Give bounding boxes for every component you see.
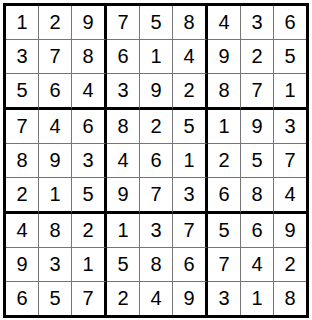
cell-r3c8[interactable]: 7 (241, 74, 274, 110)
cell-r4c3[interactable]: 6 (72, 110, 107, 144)
cell-r1c2[interactable]: 2 (39, 6, 72, 40)
cell-r1c8[interactable]: 3 (241, 6, 274, 40)
cell-r9c1[interactable]: 6 (6, 282, 39, 315)
cell-r1c3[interactable]: 9 (72, 6, 107, 40)
cell-r6c2[interactable]: 1 (39, 178, 72, 214)
cell-r2c4[interactable]: 6 (107, 40, 140, 74)
cell-r8c1[interactable]: 9 (6, 248, 39, 282)
cell-r8c3[interactable]: 1 (72, 248, 107, 282)
cell-r3c2[interactable]: 6 (39, 74, 72, 110)
sudoku-board: 1297584363786149255643928717468251938934… (3, 3, 309, 318)
sudoku-page: 1297584363786149255643928717468251938934… (0, 0, 312, 320)
cell-r9c6[interactable]: 9 (173, 282, 208, 315)
cell-r5c4[interactable]: 4 (107, 144, 140, 178)
cell-r7c6[interactable]: 7 (173, 214, 208, 248)
cell-r7c2[interactable]: 8 (39, 214, 72, 248)
cell-r6c3[interactable]: 5 (72, 178, 107, 214)
cell-r4c2[interactable]: 4 (39, 110, 72, 144)
cell-r3c6[interactable]: 2 (173, 74, 208, 110)
cell-r5c8[interactable]: 5 (241, 144, 274, 178)
cell-r3c9[interactable]: 1 (274, 74, 306, 110)
cell-r7c1[interactable]: 4 (6, 214, 39, 248)
cell-r4c5[interactable]: 2 (140, 110, 173, 144)
cell-r9c5[interactable]: 4 (140, 282, 173, 315)
cell-r1c5[interactable]: 5 (140, 6, 173, 40)
cell-r2c6[interactable]: 4 (173, 40, 208, 74)
cell-r4c7[interactable]: 1 (208, 110, 241, 144)
cell-r3c7[interactable]: 8 (208, 74, 241, 110)
cell-r8c7[interactable]: 7 (208, 248, 241, 282)
cell-r6c5[interactable]: 7 (140, 178, 173, 214)
cell-r2c8[interactable]: 2 (241, 40, 274, 74)
cell-r5c3[interactable]: 3 (72, 144, 107, 178)
cell-r9c8[interactable]: 1 (241, 282, 274, 315)
cell-r1c7[interactable]: 4 (208, 6, 241, 40)
cell-r1c9[interactable]: 6 (274, 6, 306, 40)
cell-r5c6[interactable]: 1 (173, 144, 208, 178)
cell-r4c4[interactable]: 8 (107, 110, 140, 144)
cell-r7c8[interactable]: 6 (241, 214, 274, 248)
cell-r8c6[interactable]: 6 (173, 248, 208, 282)
cell-r5c9[interactable]: 7 (274, 144, 306, 178)
cell-r3c4[interactable]: 3 (107, 74, 140, 110)
cell-r4c9[interactable]: 3 (274, 110, 306, 144)
cell-r9c7[interactable]: 3 (208, 282, 241, 315)
cell-r6c6[interactable]: 3 (173, 178, 208, 214)
cell-r6c7[interactable]: 6 (208, 178, 241, 214)
cell-r7c9[interactable]: 9 (274, 214, 306, 248)
cell-r2c2[interactable]: 7 (39, 40, 72, 74)
cell-r4c6[interactable]: 5 (173, 110, 208, 144)
cell-r6c4[interactable]: 9 (107, 178, 140, 214)
cell-r8c2[interactable]: 3 (39, 248, 72, 282)
cell-r4c1[interactable]: 7 (6, 110, 39, 144)
cell-r1c6[interactable]: 8 (173, 6, 208, 40)
cell-r1c1[interactable]: 1 (6, 6, 39, 40)
cell-r8c5[interactable]: 8 (140, 248, 173, 282)
cell-r2c5[interactable]: 1 (140, 40, 173, 74)
cell-r9c3[interactable]: 7 (72, 282, 107, 315)
cell-r7c3[interactable]: 2 (72, 214, 107, 248)
cell-r4c8[interactable]: 9 (241, 110, 274, 144)
cell-r8c9[interactable]: 2 (274, 248, 306, 282)
cell-r2c7[interactable]: 9 (208, 40, 241, 74)
cell-r9c4[interactable]: 2 (107, 282, 140, 315)
cell-r7c7[interactable]: 5 (208, 214, 241, 248)
cell-r2c1[interactable]: 3 (6, 40, 39, 74)
cell-r9c9[interactable]: 8 (274, 282, 306, 315)
cell-r6c9[interactable]: 4 (274, 178, 306, 214)
cell-r5c2[interactable]: 9 (39, 144, 72, 178)
cell-r8c4[interactable]: 5 (107, 248, 140, 282)
cell-r7c4[interactable]: 1 (107, 214, 140, 248)
cell-r3c1[interactable]: 5 (6, 74, 39, 110)
cell-r1c4[interactable]: 7 (107, 6, 140, 40)
cell-r6c8[interactable]: 8 (241, 178, 274, 214)
cell-r2c9[interactable]: 5 (274, 40, 306, 74)
cell-r8c8[interactable]: 4 (241, 248, 274, 282)
cell-r2c3[interactable]: 8 (72, 40, 107, 74)
cell-r9c2[interactable]: 5 (39, 282, 72, 315)
cell-r5c1[interactable]: 8 (6, 144, 39, 178)
cell-r7c5[interactable]: 3 (140, 214, 173, 248)
cell-r3c5[interactable]: 9 (140, 74, 173, 110)
cell-r6c1[interactable]: 2 (6, 178, 39, 214)
cell-r5c5[interactable]: 6 (140, 144, 173, 178)
cell-r3c3[interactable]: 4 (72, 74, 107, 110)
cell-r5c7[interactable]: 2 (208, 144, 241, 178)
